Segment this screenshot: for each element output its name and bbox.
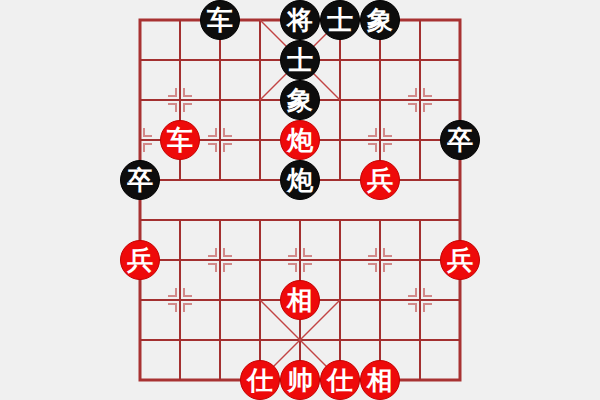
piece-black-advisor[interactable]: 士: [320, 0, 360, 40]
piece-red-advisor[interactable]: 仕: [240, 360, 280, 400]
piece-red-elephant[interactable]: 相: [280, 280, 320, 320]
xiangqi-screenshot: 车将士象士象车炮卒卒炮兵兵兵相仕帅仕相: [0, 0, 600, 400]
piece-red-soldier[interactable]: 兵: [360, 160, 400, 200]
piece-black-chariot[interactable]: 车: [200, 0, 240, 40]
piece-red-general[interactable]: 帅: [280, 360, 320, 400]
piece-black-soldier[interactable]: 卒: [120, 160, 160, 200]
piece-black-cannon[interactable]: 炮: [280, 160, 320, 200]
piece-red-elephant[interactable]: 相: [360, 360, 400, 400]
xiangqi-board[interactable]: 车将士象士象车炮卒卒炮兵兵兵相仕帅仕相: [120, 0, 480, 400]
piece-red-cannon[interactable]: 炮: [280, 120, 320, 160]
piece-black-elephant[interactable]: 象: [360, 0, 400, 40]
piece-black-soldier[interactable]: 卒: [440, 120, 480, 160]
piece-black-advisor[interactable]: 士: [280, 40, 320, 80]
piece-black-elephant[interactable]: 象: [280, 80, 320, 120]
pieces-grid: 车将士象士象车炮卒卒炮兵兵兵相仕帅仕相: [120, 0, 480, 400]
piece-black-general[interactable]: 将: [280, 0, 320, 40]
piece-red-soldier[interactable]: 兵: [120, 240, 160, 280]
piece-red-advisor[interactable]: 仕: [320, 360, 360, 400]
piece-red-chariot[interactable]: 车: [160, 120, 200, 160]
piece-red-soldier[interactable]: 兵: [440, 240, 480, 280]
